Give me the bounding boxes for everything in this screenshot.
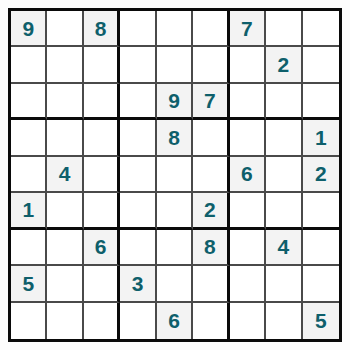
cell-r2c7[interactable] xyxy=(230,47,266,83)
cell-r9c5: 6 xyxy=(157,303,193,339)
cell-r3c7[interactable] xyxy=(230,84,266,120)
cell-r3c3[interactable] xyxy=(84,84,120,120)
cell-r1c8[interactable] xyxy=(266,11,302,47)
cell-r6c5[interactable] xyxy=(157,193,193,229)
cell-r3c6: 7 xyxy=(193,84,229,120)
cell-r3c4[interactable] xyxy=(120,84,156,120)
sudoku-board: 98729781462126845365 xyxy=(8,8,342,342)
cell-r5c4[interactable] xyxy=(120,157,156,193)
cell-r7c5[interactable] xyxy=(157,230,193,266)
cell-r9c4[interactable] xyxy=(120,303,156,339)
cell-r7c4[interactable] xyxy=(120,230,156,266)
sudoku-page: 98729781462126845365 xyxy=(0,0,350,350)
cell-r3c1[interactable] xyxy=(11,84,47,120)
cell-r8c9[interactable] xyxy=(303,266,339,302)
cell-r1c1: 9 xyxy=(11,11,47,47)
cell-r7c7[interactable] xyxy=(230,230,266,266)
cell-r8c8[interactable] xyxy=(266,266,302,302)
cell-r7c6: 8 xyxy=(193,230,229,266)
cell-r2c9[interactable] xyxy=(303,47,339,83)
cell-r8c2[interactable] xyxy=(47,266,83,302)
cell-r6c1: 1 xyxy=(11,193,47,229)
cell-r3c8[interactable] xyxy=(266,84,302,120)
cell-r9c6[interactable] xyxy=(193,303,229,339)
cell-r7c2[interactable] xyxy=(47,230,83,266)
cell-r5c2: 4 xyxy=(47,157,83,193)
cell-r1c2[interactable] xyxy=(47,11,83,47)
cell-r5c7: 6 xyxy=(230,157,266,193)
cell-r8c5[interactable] xyxy=(157,266,193,302)
cell-r6c6: 2 xyxy=(193,193,229,229)
cell-r2c3[interactable] xyxy=(84,47,120,83)
cell-r7c3: 6 xyxy=(84,230,120,266)
cell-r1c4[interactable] xyxy=(120,11,156,47)
cell-r8c1: 5 xyxy=(11,266,47,302)
cell-r1c6[interactable] xyxy=(193,11,229,47)
cell-r6c4[interactable] xyxy=(120,193,156,229)
cell-r4c8[interactable] xyxy=(266,120,302,156)
cell-r1c9[interactable] xyxy=(303,11,339,47)
cell-r9c1[interactable] xyxy=(11,303,47,339)
cell-r2c1[interactable] xyxy=(11,47,47,83)
cell-r2c2[interactable] xyxy=(47,47,83,83)
cell-r2c6[interactable] xyxy=(193,47,229,83)
cell-r9c2[interactable] xyxy=(47,303,83,339)
cell-r6c8[interactable] xyxy=(266,193,302,229)
cell-r9c8[interactable] xyxy=(266,303,302,339)
cell-r7c9[interactable] xyxy=(303,230,339,266)
cell-r4c2[interactable] xyxy=(47,120,83,156)
cell-r8c3[interactable] xyxy=(84,266,120,302)
cell-r4c4[interactable] xyxy=(120,120,156,156)
cell-r3c2[interactable] xyxy=(47,84,83,120)
cell-r8c6[interactable] xyxy=(193,266,229,302)
cell-r1c7: 7 xyxy=(230,11,266,47)
cell-r2c4[interactable] xyxy=(120,47,156,83)
cell-r6c9[interactable] xyxy=(303,193,339,229)
cell-r4c5: 8 xyxy=(157,120,193,156)
cell-r9c9: 5 xyxy=(303,303,339,339)
cell-r4c9: 1 xyxy=(303,120,339,156)
cell-r2c8: 2 xyxy=(266,47,302,83)
cell-r5c5[interactable] xyxy=(157,157,193,193)
cell-r3c5: 9 xyxy=(157,84,193,120)
cell-r4c1[interactable] xyxy=(11,120,47,156)
cell-r4c7[interactable] xyxy=(230,120,266,156)
cell-r8c4: 3 xyxy=(120,266,156,302)
cell-r7c8: 4 xyxy=(266,230,302,266)
cell-r3c9[interactable] xyxy=(303,84,339,120)
cell-r5c8[interactable] xyxy=(266,157,302,193)
cell-r9c3[interactable] xyxy=(84,303,120,339)
cell-r6c7[interactable] xyxy=(230,193,266,229)
cell-r6c3[interactable] xyxy=(84,193,120,229)
cell-r5c3[interactable] xyxy=(84,157,120,193)
cell-r1c5[interactable] xyxy=(157,11,193,47)
cell-r5c9: 2 xyxy=(303,157,339,193)
cell-r8c7[interactable] xyxy=(230,266,266,302)
cell-r9c7[interactable] xyxy=(230,303,266,339)
cell-r7c1[interactable] xyxy=(11,230,47,266)
cell-r5c1[interactable] xyxy=(11,157,47,193)
cell-r2c5[interactable] xyxy=(157,47,193,83)
cell-r4c3[interactable] xyxy=(84,120,120,156)
cell-r4c6[interactable] xyxy=(193,120,229,156)
cell-r1c3: 8 xyxy=(84,11,120,47)
cell-r6c2[interactable] xyxy=(47,193,83,229)
cell-r5c6[interactable] xyxy=(193,157,229,193)
